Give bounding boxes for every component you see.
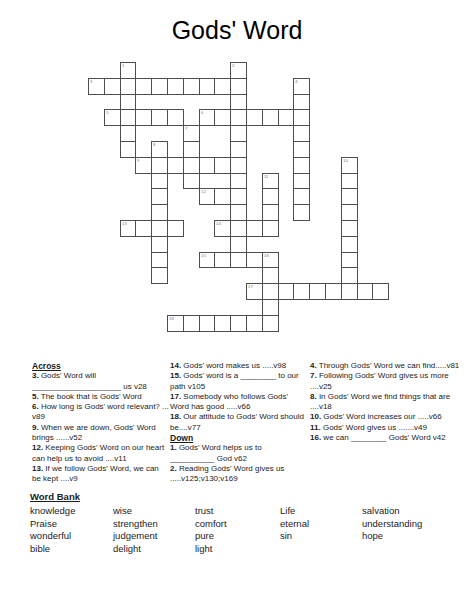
grid-cell[interactable] — [230, 252, 247, 269]
grid-cell[interactable] — [135, 220, 152, 237]
clue-6-across: 6. How long is Gods' word relevant? ... … — [32, 402, 169, 423]
clue-9-across: 9. When we are down, Gods' Word brings .… — [32, 423, 169, 444]
word-bank-item: pure — [195, 530, 227, 543]
crossword-grid: 123456789101112131415161718 — [88, 62, 390, 332]
grid-cell[interactable] — [151, 173, 168, 190]
grid-cell[interactable] — [120, 125, 137, 142]
grid-cell[interactable] — [230, 315, 247, 332]
grid-cell[interactable] — [167, 109, 184, 126]
clue-17-across: 17. Somebody who follows Gods' Word has … — [170, 392, 305, 413]
grid-cell[interactable] — [230, 94, 247, 111]
word-bank-item: bible — [30, 543, 75, 556]
grid-cell[interactable] — [293, 188, 310, 205]
clue-13-across: 13. If we follow Gods' Word, we can be k… — [32, 464, 169, 485]
word-bank-item: salvation — [362, 505, 422, 518]
clue-1-down: 1. Gods' Word helps us to __________ God… — [170, 443, 305, 464]
grid-cell[interactable] — [199, 78, 216, 95]
grid-cell[interactable] — [167, 157, 184, 174]
grid-cell[interactable] — [151, 78, 168, 95]
grid-cell[interactable]: 11 — [262, 173, 279, 190]
cell-number: 7 — [185, 126, 187, 130]
down-header: Down — [170, 433, 305, 443]
word-bank-header: Word Bank — [30, 491, 80, 502]
clue-7-down: 7. Following Gods' Word gives us more ..… — [310, 371, 468, 392]
grid-cell[interactable] — [230, 188, 247, 205]
grid-cell[interactable] — [293, 125, 310, 142]
cell-number: 12 — [201, 189, 206, 193]
cell-number: 2 — [232, 63, 234, 67]
grid-cell[interactable]: 16 — [262, 252, 279, 269]
word-bank-column: knowledgePraisewonderfulbible — [30, 505, 75, 555]
grid-cell[interactable] — [230, 125, 247, 142]
word-bank-item: Praise — [30, 518, 75, 531]
cell-number: 1 — [122, 63, 124, 67]
clue-16-down: 16. we can ________ Gods' Word v42 — [310, 433, 468, 443]
grid-cell[interactable] — [293, 157, 310, 174]
grid-cell[interactable] — [372, 283, 389, 300]
grid-cell[interactable]: 2 — [230, 62, 247, 79]
grid-cell[interactable] — [151, 267, 168, 284]
grid-cell[interactable] — [341, 283, 358, 300]
grid-cell[interactable]: 6 — [199, 109, 216, 126]
grid-cell[interactable] — [262, 204, 279, 221]
clue-3-across: 3. Gods' Word will ____________________ … — [32, 371, 169, 392]
word-bank-column: salvationunderstandinghope — [362, 505, 422, 543]
grid-cell[interactable] — [230, 141, 247, 158]
cell-number: 9 — [137, 158, 139, 162]
word-bank-item: wonderful — [30, 530, 75, 543]
grid-cell[interactable] — [262, 267, 279, 284]
grid-cell[interactable] — [309, 283, 326, 300]
grid-cell[interactable] — [135, 109, 152, 126]
cell-number: 10 — [343, 158, 348, 162]
grid-cell[interactable]: 15 — [199, 252, 216, 269]
word-bank-item: understanding — [362, 518, 422, 531]
cell-number: 18 — [169, 316, 174, 320]
grid-cell[interactable]: 8 — [151, 141, 168, 158]
grid-cell[interactable] — [262, 299, 279, 316]
grid-cell[interactable] — [293, 204, 310, 221]
grid-cell[interactable] — [262, 315, 279, 332]
grid-cell[interactable] — [230, 157, 247, 174]
grid-cell[interactable] — [151, 220, 168, 237]
grid-cell[interactable] — [199, 157, 216, 174]
cell-number: 14 — [216, 221, 221, 225]
grid-cell[interactable] — [246, 315, 263, 332]
word-bank-item: wise — [113, 505, 158, 518]
grid-cell[interactable] — [341, 220, 358, 237]
grid-cell[interactable]: 1 — [120, 62, 137, 79]
cell-number: 8 — [153, 142, 155, 146]
grid-cell[interactable] — [341, 188, 358, 205]
grid-cell[interactable] — [341, 267, 358, 284]
word-bank-item: hope — [362, 530, 422, 543]
grid-cell[interactable] — [278, 283, 295, 300]
grid-cell[interactable] — [357, 283, 374, 300]
grid-cell[interactable] — [262, 109, 279, 126]
grid-cell[interactable]: 7 — [183, 125, 200, 142]
grid-cell[interactable] — [293, 109, 310, 126]
word-bank-item: knowledge — [30, 505, 75, 518]
grid-cell[interactable] — [262, 220, 279, 237]
cell-number: 15 — [201, 253, 206, 257]
grid-cell[interactable] — [151, 188, 168, 205]
clue-15-across: 15. Gods' word is a ________ to our path… — [170, 371, 305, 392]
word-bank: knowledgePraisewonderfulbiblewisestrengt… — [30, 505, 460, 575]
grid-cell[interactable] — [341, 204, 358, 221]
grid-cell[interactable] — [293, 94, 310, 111]
grid-cell[interactable] — [183, 173, 200, 190]
word-bank-column: wisestrengthenjudgementdelight — [113, 505, 158, 555]
grid-cell[interactable] — [293, 173, 310, 190]
cell-number: 4 — [295, 79, 297, 83]
grid-cell[interactable]: 18 — [167, 315, 184, 332]
clue-5-across: 5. The book that is Gods' Word — [32, 392, 169, 402]
clue-column-middle: 14. Gods' word makes us .....v9815. Gods… — [170, 361, 305, 485]
word-bank-item: trust — [195, 505, 227, 518]
grid-cell[interactable] — [341, 173, 358, 190]
grid-cell[interactable] — [278, 109, 295, 126]
grid-cell[interactable] — [199, 315, 216, 332]
word-bank-column: Lifeeternalsin — [280, 505, 309, 543]
clue-18-across: 18. Our attitude to Gods' Word should be… — [170, 412, 305, 433]
grid-cell[interactable] — [230, 78, 247, 95]
grid-cell[interactable] — [262, 188, 279, 205]
grid-cell[interactable] — [246, 109, 263, 126]
grid-cell[interactable] — [183, 157, 200, 174]
word-bank-item: light — [195, 543, 227, 556]
across-header: Across — [32, 361, 169, 371]
crossword-worksheet-page: Gods' Word 123456789101112131415161718 A… — [0, 0, 474, 613]
cell-number: 16 — [264, 253, 269, 257]
grid-cell[interactable] — [214, 157, 231, 174]
grid-cell[interactable] — [214, 78, 231, 95]
grid-cell[interactable]: 14 — [214, 220, 231, 237]
grid-cell[interactable] — [120, 94, 137, 111]
grid-cell[interactable]: 5 — [104, 109, 121, 126]
grid-cell[interactable] — [151, 204, 168, 221]
word-bank-item: comfort — [195, 518, 227, 531]
grid-cell[interactable]: 13 — [120, 220, 137, 237]
grid-cell[interactable] — [246, 220, 263, 237]
grid-cell[interactable] — [246, 252, 263, 269]
grid-cell[interactable] — [183, 315, 200, 332]
grid-cell[interactable] — [151, 252, 168, 269]
grid-cell[interactable] — [214, 315, 231, 332]
cell-number: 5 — [106, 110, 108, 114]
grid-cell[interactable]: 9 — [135, 157, 152, 174]
cell-number: 3 — [90, 79, 92, 83]
grid-cell[interactable] — [325, 283, 342, 300]
grid-cell[interactable] — [120, 109, 137, 126]
clue-12-across: 12. Keeping Gods' Word on our heart can … — [32, 443, 169, 464]
grid-cell[interactable] — [104, 78, 121, 95]
grid-cell[interactable] — [230, 204, 247, 221]
word-bank-item: eternal — [280, 518, 309, 531]
grid-cell[interactable] — [262, 283, 279, 300]
grid-cell[interactable] — [293, 283, 310, 300]
grid-cell[interactable] — [230, 220, 247, 237]
grid-cell[interactable] — [214, 109, 231, 126]
grid-cell[interactable]: 3 — [88, 78, 105, 95]
grid-cell[interactable] — [151, 157, 168, 174]
word-bank-item: Life — [280, 505, 309, 518]
grid-cell[interactable] — [293, 141, 310, 158]
word-bank-column: trustcomfortpurelight — [195, 505, 227, 555]
grid-cell[interactable] — [341, 236, 358, 253]
clue-4-down: 4. Through Gods' Word we can find.....v8… — [310, 361, 468, 371]
grid-cell[interactable] — [214, 252, 231, 269]
word-bank-item: judgement — [113, 530, 158, 543]
grid-cell[interactable] — [167, 78, 184, 95]
grid-cell[interactable] — [151, 236, 168, 253]
grid-cell[interactable] — [120, 78, 137, 95]
grid-cell[interactable] — [230, 109, 247, 126]
grid-cell[interactable]: 10 — [341, 157, 358, 174]
grid-cell[interactable] — [135, 78, 152, 95]
grid-cell[interactable] — [183, 141, 200, 158]
grid-cell[interactable] — [214, 188, 231, 205]
clue-2-down: 2. Reading Gods' Word gives us .....v125… — [170, 464, 305, 485]
grid-cell[interactable] — [120, 141, 137, 158]
clue-10-down: 10. Gods' Word increases our .....v66 — [310, 412, 468, 422]
grid-cell[interactable]: 4 — [293, 78, 310, 95]
clue-8-down: 8. In Gods' Word we find things that are… — [310, 392, 468, 413]
cell-number: 11 — [264, 174, 268, 178]
puzzle-title: Gods' Word — [0, 16, 474, 45]
cell-number: 17 — [248, 284, 253, 288]
word-bank-item: delight — [113, 543, 158, 556]
word-bank-item: sin — [280, 530, 309, 543]
grid-cell[interactable] — [341, 252, 358, 269]
grid-cell[interactable] — [230, 236, 247, 253]
clue-column-across: Across3. Gods' Word will _______________… — [32, 361, 169, 485]
clue-11-down: 11. Gods' Word gives us .......v49 — [310, 423, 468, 433]
cell-number: 13 — [122, 221, 127, 225]
grid-cell[interactable] — [167, 220, 184, 237]
grid-cell[interactable] — [151, 109, 168, 126]
grid-cell[interactable] — [230, 173, 247, 190]
cell-number: 6 — [201, 110, 203, 114]
word-bank-item: strengthen — [113, 518, 158, 531]
grid-cell[interactable]: 12 — [199, 188, 216, 205]
grid-cell[interactable] — [183, 78, 200, 95]
grid-cell[interactable]: 17 — [246, 283, 263, 300]
clue-14-across: 14. Gods' word makes us .....v98 — [170, 361, 305, 371]
clue-column-down: 4. Through Gods' Word we can find.....v8… — [310, 361, 468, 443]
